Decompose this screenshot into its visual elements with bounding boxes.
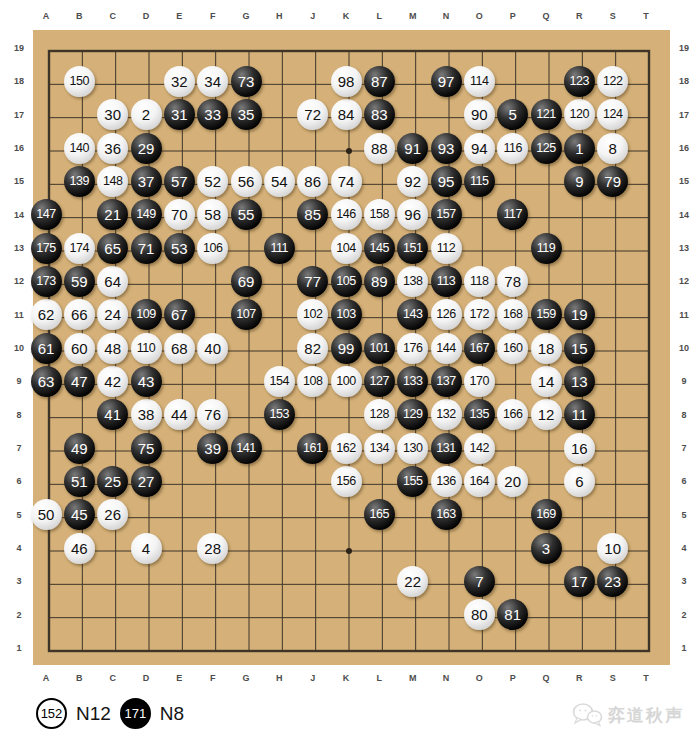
- stone-R18-black-move-123: 123: [564, 66, 595, 97]
- col-label-bottom-H: H: [276, 673, 283, 683]
- stone-B5-black-move-45: 45: [64, 499, 95, 530]
- stone-A10-black-move-61: 61: [31, 333, 62, 364]
- stone-B9-black-move-47: 47: [64, 366, 95, 397]
- stone-J15-white-move-86: 86: [297, 166, 328, 197]
- row-label-right-10: 10: [679, 343, 689, 353]
- row-label-left-1: 1: [16, 643, 21, 653]
- stone-D13-black-move-71: 71: [131, 233, 162, 264]
- stone-Q5-black-move-169: 169: [531, 499, 562, 530]
- col-label-bottom-A: A: [43, 673, 50, 683]
- row-label-left-9: 9: [16, 376, 21, 386]
- col-label-bottom-T: T: [643, 673, 649, 683]
- stone-O8-black-move-135: 135: [464, 399, 495, 430]
- stone-O10-black-move-167: 167: [464, 333, 495, 364]
- stone-K12-black-move-105: 105: [331, 266, 362, 297]
- row-label-right-17: 17: [679, 110, 689, 120]
- stone-R15-black-move-9: 9: [564, 166, 595, 197]
- caption-stone-171-black: 171: [120, 698, 151, 729]
- stone-O11-white-move-172: 172: [464, 299, 495, 330]
- row-label-right-9: 9: [681, 376, 686, 386]
- caption-point-N12: N12: [76, 703, 111, 725]
- col-label-bottom-Q: Q: [542, 673, 549, 683]
- stone-B18-white-move-150: 150: [64, 66, 95, 97]
- row-label-left-3: 3: [16, 576, 21, 586]
- row-label-left-13: 13: [14, 243, 24, 253]
- stone-E17-black-move-31: 31: [164, 99, 195, 130]
- stone-M6-black-move-155: 155: [397, 466, 428, 497]
- stone-C15-white-move-148: 148: [97, 166, 128, 197]
- row-label-left-10: 10: [14, 343, 24, 353]
- col-label-bottom-D: D: [143, 673, 150, 683]
- wechat-chat-bubbles-icon: [571, 702, 603, 728]
- col-label-bottom-M: M: [409, 673, 417, 683]
- caption-point-N8: N8: [160, 703, 184, 725]
- row-label-right-4: 4: [681, 543, 686, 553]
- stone-N11-white-move-126: 126: [431, 299, 462, 330]
- stone-A11-white-move-62: 62: [31, 299, 62, 330]
- stone-N5-black-move-163: 163: [431, 499, 462, 530]
- col-label-top-D: D: [143, 11, 150, 21]
- row-label-left-2: 2: [16, 610, 21, 620]
- stone-M12-white-move-138: 138: [397, 266, 428, 297]
- stone-R16-black-move-1: 1: [564, 133, 595, 164]
- stone-M3-white-move-22: 22: [397, 566, 428, 597]
- stone-R6-white-move-6: 6: [564, 466, 595, 497]
- stone-M15-white-move-92: 92: [397, 166, 428, 197]
- col-label-bottom-L: L: [377, 673, 383, 683]
- stone-A13-black-move-175: 175: [31, 233, 62, 264]
- stone-N18-black-move-97: 97: [431, 66, 462, 97]
- stone-K15-white-move-74: 74: [331, 166, 362, 197]
- stone-G18-black-move-73: 73: [231, 66, 262, 97]
- col-label-top-G: G: [242, 11, 249, 21]
- stone-M16-black-move-91: 91: [397, 133, 428, 164]
- col-label-top-M: M: [409, 11, 417, 21]
- row-label-left-15: 15: [14, 176, 24, 186]
- stone-D11-black-move-109: 109: [131, 299, 162, 330]
- row-label-left-18: 18: [14, 76, 24, 86]
- stone-N12-black-move-113: 113: [431, 266, 462, 297]
- col-label-bottom-E: E: [176, 673, 182, 683]
- row-label-right-11: 11: [679, 310, 689, 320]
- stone-B11-white-move-66: 66: [64, 299, 95, 330]
- row-label-right-18: 18: [679, 76, 689, 86]
- stone-D9-black-move-43: 43: [131, 366, 162, 397]
- stone-R7-white-move-16: 16: [564, 433, 595, 464]
- stone-G7-black-move-141: 141: [231, 433, 262, 464]
- col-label-top-E: E: [176, 11, 182, 21]
- stone-M9-black-move-133: 133: [397, 366, 428, 397]
- stone-O7-white-move-142: 142: [464, 433, 495, 464]
- col-label-bottom-K: K: [343, 673, 350, 683]
- stone-F15-white-move-52: 52: [197, 166, 228, 197]
- stone-A12-black-move-173: 173: [31, 266, 62, 297]
- row-label-left-12: 12: [14, 276, 24, 286]
- col-label-top-O: O: [476, 11, 483, 21]
- stone-N7-black-move-131: 131: [431, 433, 462, 464]
- row-label-right-3: 3: [681, 576, 686, 586]
- star-point: [346, 548, 352, 554]
- row-label-right-13: 13: [679, 243, 689, 253]
- stone-O9-white-move-170: 170: [464, 366, 495, 397]
- stone-S18-white-move-122: 122: [597, 66, 628, 97]
- stone-O18-white-move-114: 114: [464, 66, 495, 97]
- stone-R17-white-move-120: 120: [564, 99, 595, 130]
- stone-L12-black-move-89: 89: [364, 266, 395, 297]
- row-label-left-8: 8: [16, 410, 21, 420]
- stone-L13-black-move-145: 145: [364, 233, 395, 264]
- stone-E18-white-move-32: 32: [164, 66, 195, 97]
- stone-K11-black-move-103: 103: [331, 299, 362, 330]
- stone-H13-black-move-111: 111: [264, 233, 295, 264]
- stone-K6-white-move-156: 156: [331, 466, 362, 497]
- stone-G14-black-move-55: 55: [231, 199, 262, 230]
- stone-K13-white-move-104: 104: [331, 233, 362, 264]
- stone-L18-black-move-87: 87: [364, 66, 395, 97]
- stone-L5-black-move-165: 165: [364, 499, 395, 530]
- stone-G12-black-move-69: 69: [231, 266, 262, 297]
- stone-O6-white-move-164: 164: [464, 466, 495, 497]
- row-label-right-7: 7: [681, 443, 686, 453]
- stone-Q17-black-move-121: 121: [531, 99, 562, 130]
- stone-D6-black-move-27: 27: [131, 466, 162, 497]
- stone-C10-white-move-48: 48: [97, 333, 128, 364]
- stone-Q9-white-move-14: 14: [531, 366, 562, 397]
- go-board: 1234567891011121314151617181920212223242…: [33, 30, 670, 665]
- stone-D7-black-move-75: 75: [131, 433, 162, 464]
- stone-R9-black-move-13: 13: [564, 366, 595, 397]
- row-label-right-2: 2: [681, 610, 686, 620]
- col-label-bottom-G: G: [242, 673, 249, 683]
- caption-stone-152-white: 152: [36, 698, 67, 729]
- row-label-right-14: 14: [679, 210, 689, 220]
- row-label-left-7: 7: [16, 443, 21, 453]
- stone-F13-white-move-106: 106: [197, 233, 228, 264]
- stone-O12-white-move-118: 118: [464, 266, 495, 297]
- row-label-left-16: 16: [14, 143, 24, 153]
- stone-B4-white-move-46: 46: [64, 533, 95, 564]
- stone-J7-black-move-161: 161: [297, 433, 328, 464]
- stone-K17-white-move-84: 84: [331, 99, 362, 130]
- stone-R3-black-move-17: 17: [564, 566, 595, 597]
- col-label-top-F: F: [210, 11, 216, 21]
- stone-B15-black-move-139: 139: [64, 166, 95, 197]
- watermark: 弈道秋声: [571, 702, 684, 728]
- row-label-right-12: 12: [679, 276, 689, 286]
- col-label-top-Q: Q: [542, 11, 549, 21]
- stone-R8-black-move-11: 11: [564, 399, 595, 430]
- stone-O2-white-move-80: 80: [464, 599, 495, 630]
- stone-D10-white-move-110: 110: [131, 333, 162, 364]
- col-label-bottom-O: O: [476, 673, 483, 683]
- col-label-top-B: B: [76, 11, 83, 21]
- stone-N16-black-move-93: 93: [431, 133, 462, 164]
- col-label-top-P: P: [510, 11, 516, 21]
- stone-D14-black-move-149: 149: [131, 199, 162, 230]
- stone-C12-white-move-64: 64: [97, 266, 128, 297]
- stone-G11-black-move-107: 107: [231, 299, 262, 330]
- stone-O16-white-move-94: 94: [464, 133, 495, 164]
- stone-B6-black-move-51: 51: [64, 466, 95, 497]
- row-label-left-14: 14: [14, 210, 24, 220]
- col-label-bottom-F: F: [210, 673, 216, 683]
- stone-G15-white-move-56: 56: [231, 166, 262, 197]
- stone-Q4-black-move-3: 3: [531, 533, 562, 564]
- stone-B16-white-move-140: 140: [64, 133, 95, 164]
- stone-E14-white-move-70: 70: [164, 199, 195, 230]
- stone-H8-black-move-153: 153: [264, 399, 295, 430]
- col-label-bottom-J: J: [310, 673, 315, 683]
- stone-F4-white-move-28: 28: [197, 533, 228, 564]
- stone-L8-white-move-128: 128: [364, 399, 395, 430]
- stone-M10-white-move-176: 176: [397, 333, 428, 364]
- stone-O17-white-move-90: 90: [464, 99, 495, 130]
- row-label-left-11: 11: [14, 310, 24, 320]
- stone-N13-white-move-112: 112: [431, 233, 462, 264]
- stone-Q8-white-move-12: 12: [531, 399, 562, 430]
- row-label-right-19: 19: [679, 43, 689, 53]
- stone-G17-black-move-35: 35: [231, 99, 262, 130]
- stone-L16-white-move-88: 88: [364, 133, 395, 164]
- stone-H9-white-move-154: 154: [264, 366, 295, 397]
- stone-C6-black-move-25: 25: [97, 466, 128, 497]
- stone-F10-white-move-40: 40: [197, 333, 228, 364]
- stone-S15-black-move-79: 79: [597, 166, 628, 197]
- col-label-bottom-P: P: [510, 673, 516, 683]
- stone-N9-black-move-137: 137: [431, 366, 462, 397]
- col-label-top-K: K: [343, 11, 350, 21]
- stone-A14-black-move-147: 147: [31, 199, 62, 230]
- stone-K18-white-move-98: 98: [331, 66, 362, 97]
- stone-K14-white-move-146: 146: [331, 199, 362, 230]
- row-label-right-6: 6: [681, 476, 686, 486]
- row-label-right-5: 5: [681, 510, 686, 520]
- col-label-top-H: H: [276, 11, 283, 21]
- stone-F7-black-move-39: 39: [197, 433, 228, 464]
- stone-E8-white-move-44: 44: [164, 399, 195, 430]
- stone-J9-white-move-108: 108: [297, 366, 328, 397]
- stone-L10-black-move-101: 101: [364, 333, 395, 364]
- stone-L9-black-move-127: 127: [364, 366, 395, 397]
- col-label-top-T: T: [643, 11, 649, 21]
- stone-B7-black-move-49: 49: [64, 433, 95, 464]
- stone-P10-white-move-160: 160: [497, 333, 528, 364]
- stone-F18-white-move-34: 34: [197, 66, 228, 97]
- col-label-top-L: L: [377, 11, 383, 21]
- col-label-bottom-B: B: [76, 673, 83, 683]
- stone-H15-white-move-54: 54: [264, 166, 295, 197]
- stone-P6-white-move-20: 20: [497, 466, 528, 497]
- stone-A5-white-move-50: 50: [31, 499, 62, 530]
- stone-N8-white-move-132: 132: [431, 399, 462, 430]
- go-game-diagram-page: 1234567891011121314151617181920212223242…: [0, 0, 700, 749]
- stone-E15-black-move-57: 57: [164, 166, 195, 197]
- stone-O15-black-move-115: 115: [464, 166, 495, 197]
- row-label-right-1: 1: [681, 643, 686, 653]
- row-label-left-6: 6: [16, 476, 21, 486]
- stone-S16-white-move-8: 8: [597, 133, 628, 164]
- stone-K7-white-move-162: 162: [331, 433, 362, 464]
- stone-S3-black-move-23: 23: [597, 566, 628, 597]
- stone-E13-black-move-53: 53: [164, 233, 195, 264]
- col-label-bottom-N: N: [443, 673, 450, 683]
- stone-B10-white-move-60: 60: [64, 333, 95, 364]
- stone-C16-white-move-36: 36: [97, 133, 128, 164]
- stone-R11-black-move-19: 19: [564, 299, 595, 330]
- stone-A9-black-move-63: 63: [31, 366, 62, 397]
- move-note-caption: 152N12171N8: [36, 698, 184, 729]
- col-label-bottom-S: S: [610, 673, 616, 683]
- stone-O3-black-move-7: 7: [464, 566, 495, 597]
- col-label-top-R: R: [576, 11, 583, 21]
- row-label-right-15: 15: [679, 176, 689, 186]
- watermark-text: 弈道秋声: [608, 704, 684, 727]
- stone-R10-black-move-15: 15: [564, 333, 595, 364]
- col-label-top-J: J: [310, 11, 315, 21]
- stone-D16-black-move-29: 29: [131, 133, 162, 164]
- stone-E10-white-move-68: 68: [164, 333, 195, 364]
- row-label-left-5: 5: [16, 510, 21, 520]
- stone-M13-black-move-151: 151: [397, 233, 428, 264]
- stone-Q16-black-move-125: 125: [531, 133, 562, 164]
- stone-E11-black-move-67: 67: [164, 299, 195, 330]
- col-label-bottom-R: R: [576, 673, 583, 683]
- col-label-top-S: S: [610, 11, 616, 21]
- stone-N15-black-move-95: 95: [431, 166, 462, 197]
- col-label-top-C: C: [109, 11, 116, 21]
- col-label-top-A: A: [43, 11, 50, 21]
- stone-Q13-black-move-119: 119: [531, 233, 562, 264]
- stone-C13-black-move-65: 65: [97, 233, 128, 264]
- row-label-right-16: 16: [679, 143, 689, 153]
- stone-N6-white-move-136: 136: [431, 466, 462, 497]
- stone-M7-white-move-130: 130: [397, 433, 428, 464]
- row-label-left-19: 19: [14, 43, 24, 53]
- stone-N14-black-move-157: 157: [431, 199, 462, 230]
- stone-D17-white-move-2: 2: [131, 99, 162, 130]
- stone-B13-white-move-174: 174: [64, 233, 95, 264]
- stone-S4-white-move-10: 10: [597, 533, 628, 564]
- stone-Q11-black-move-159: 159: [531, 299, 562, 330]
- stone-K9-white-move-100: 100: [331, 366, 362, 397]
- stone-P12-white-move-78: 78: [497, 266, 528, 297]
- stone-D15-black-move-37: 37: [131, 166, 162, 197]
- stone-C9-white-move-42: 42: [97, 366, 128, 397]
- stone-L14-white-move-158: 158: [364, 199, 395, 230]
- stone-Q10-white-move-18: 18: [531, 333, 562, 364]
- row-label-left-17: 17: [14, 110, 24, 120]
- stone-D8-white-move-38: 38: [131, 399, 162, 430]
- col-label-bottom-C: C: [109, 673, 116, 683]
- row-label-right-8: 8: [681, 410, 686, 420]
- stone-J10-white-move-82: 82: [297, 333, 328, 364]
- row-label-left-4: 4: [16, 543, 21, 553]
- stone-L7-white-move-134: 134: [364, 433, 395, 464]
- stone-B12-black-move-59: 59: [64, 266, 95, 297]
- stone-K10-black-move-99: 99: [331, 333, 362, 364]
- stone-P16-white-move-116: 116: [497, 133, 528, 164]
- stone-D4-white-move-4: 4: [131, 533, 162, 564]
- stone-J12-black-move-77: 77: [297, 266, 328, 297]
- stone-L17-black-move-83: 83: [364, 99, 395, 130]
- star-point: [346, 148, 352, 154]
- col-label-top-N: N: [443, 11, 450, 21]
- stone-N10-white-move-144: 144: [431, 333, 462, 364]
